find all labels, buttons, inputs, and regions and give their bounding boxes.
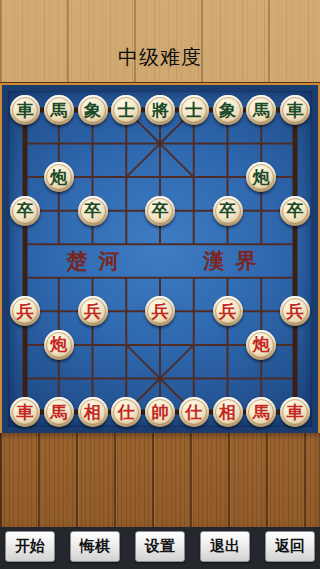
piece-red-advisor[interactable]: 仕 [179,397,209,427]
piece-black-cannon[interactable]: 炮 [44,162,74,192]
xiangqi-board[interactable]: 楚河 漢界 車馬象士將士象馬車炮炮卒卒卒卒卒兵兵兵兵兵炮炮車馬相仕帥仕相馬車 [2,85,318,433]
piece-red-soldier[interactable]: 兵 [78,296,108,326]
header: 中级难度 [0,0,320,85]
exit-button[interactable]: 退出 [200,531,250,562]
wood-background [0,433,320,527]
piece-black-horse[interactable]: 馬 [44,95,74,125]
piece-black-elephant[interactable]: 象 [78,95,108,125]
app-screen: 中级难度 楚河 漢界 車馬象士將士象馬車炮炮卒卒卒卒卒兵兵兵兵兵炮炮車馬相仕帥仕… [0,0,320,569]
back-button[interactable]: 返回 [265,531,315,562]
piece-black-chariot[interactable]: 車 [10,95,40,125]
piece-red-horse[interactable]: 馬 [246,397,276,427]
piece-black-soldier[interactable]: 卒 [78,196,108,226]
piece-black-advisor[interactable]: 士 [179,95,209,125]
piece-black-soldier[interactable]: 卒 [213,196,243,226]
piece-black-general[interactable]: 將 [145,95,175,125]
piece-red-chariot[interactable]: 車 [280,397,310,427]
settings-button[interactable]: 设置 [135,531,185,562]
piece-black-soldier[interactable]: 卒 [145,196,175,226]
piece-black-horse[interactable]: 馬 [246,95,276,125]
piece-black-elephant[interactable]: 象 [213,95,243,125]
piece-black-advisor[interactable]: 士 [111,95,141,125]
button-bar: 开始 悔棋 设置 退出 返回 [0,527,320,569]
piece-black-chariot[interactable]: 車 [280,95,310,125]
piece-red-soldier[interactable]: 兵 [280,296,310,326]
piece-red-soldier[interactable]: 兵 [145,296,175,326]
piece-black-soldier[interactable]: 卒 [280,196,310,226]
piece-red-soldier[interactable]: 兵 [213,296,243,326]
piece-red-cannon[interactable]: 炮 [246,330,276,360]
piece-black-soldier[interactable]: 卒 [10,196,40,226]
piece-red-horse[interactable]: 馬 [44,397,74,427]
piece-red-general[interactable]: 帥 [145,397,175,427]
undo-button[interactable]: 悔棋 [70,531,120,562]
pieces-layer: 車馬象士將士象馬車炮炮卒卒卒卒卒兵兵兵兵兵炮炮車馬相仕帥仕相馬車 [2,85,318,433]
page-title: 中级难度 [0,44,320,71]
piece-red-cannon[interactable]: 炮 [44,330,74,360]
piece-black-cannon[interactable]: 炮 [246,162,276,192]
piece-red-advisor[interactable]: 仕 [111,397,141,427]
piece-red-chariot[interactable]: 車 [10,397,40,427]
piece-red-elephant[interactable]: 相 [213,397,243,427]
piece-red-soldier[interactable]: 兵 [10,296,40,326]
piece-red-elephant[interactable]: 相 [78,397,108,427]
start-button[interactable]: 开始 [5,531,55,562]
